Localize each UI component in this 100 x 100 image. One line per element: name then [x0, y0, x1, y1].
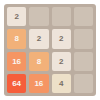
cell-r2c2: 2 — [29, 29, 48, 48]
cell-r4c4 — [74, 74, 93, 93]
cell-r1c4 — [74, 7, 93, 26]
cell-r2c3: 2 — [52, 29, 71, 48]
cell-r4c3: 4 — [52, 74, 71, 93]
cell-r1c2 — [29, 7, 48, 26]
cell-r1c1: 2 — [7, 7, 26, 26]
cell-r3c2: 8 — [29, 52, 48, 71]
cell-r4c2: 16 — [29, 74, 48, 93]
cell-r3c3: 2 — [52, 52, 71, 71]
cell-r1c3 — [52, 7, 71, 26]
cell-r4c1: 64 — [7, 74, 26, 93]
cell-r2c1: 8 — [7, 29, 26, 48]
cell-r2c4 — [74, 29, 93, 48]
cell-r3c4 — [74, 52, 93, 71]
cell-r3c1: 16 — [7, 52, 26, 71]
board-2048: 2 8 2 2 16 8 2 64 16 4 — [4, 4, 96, 96]
